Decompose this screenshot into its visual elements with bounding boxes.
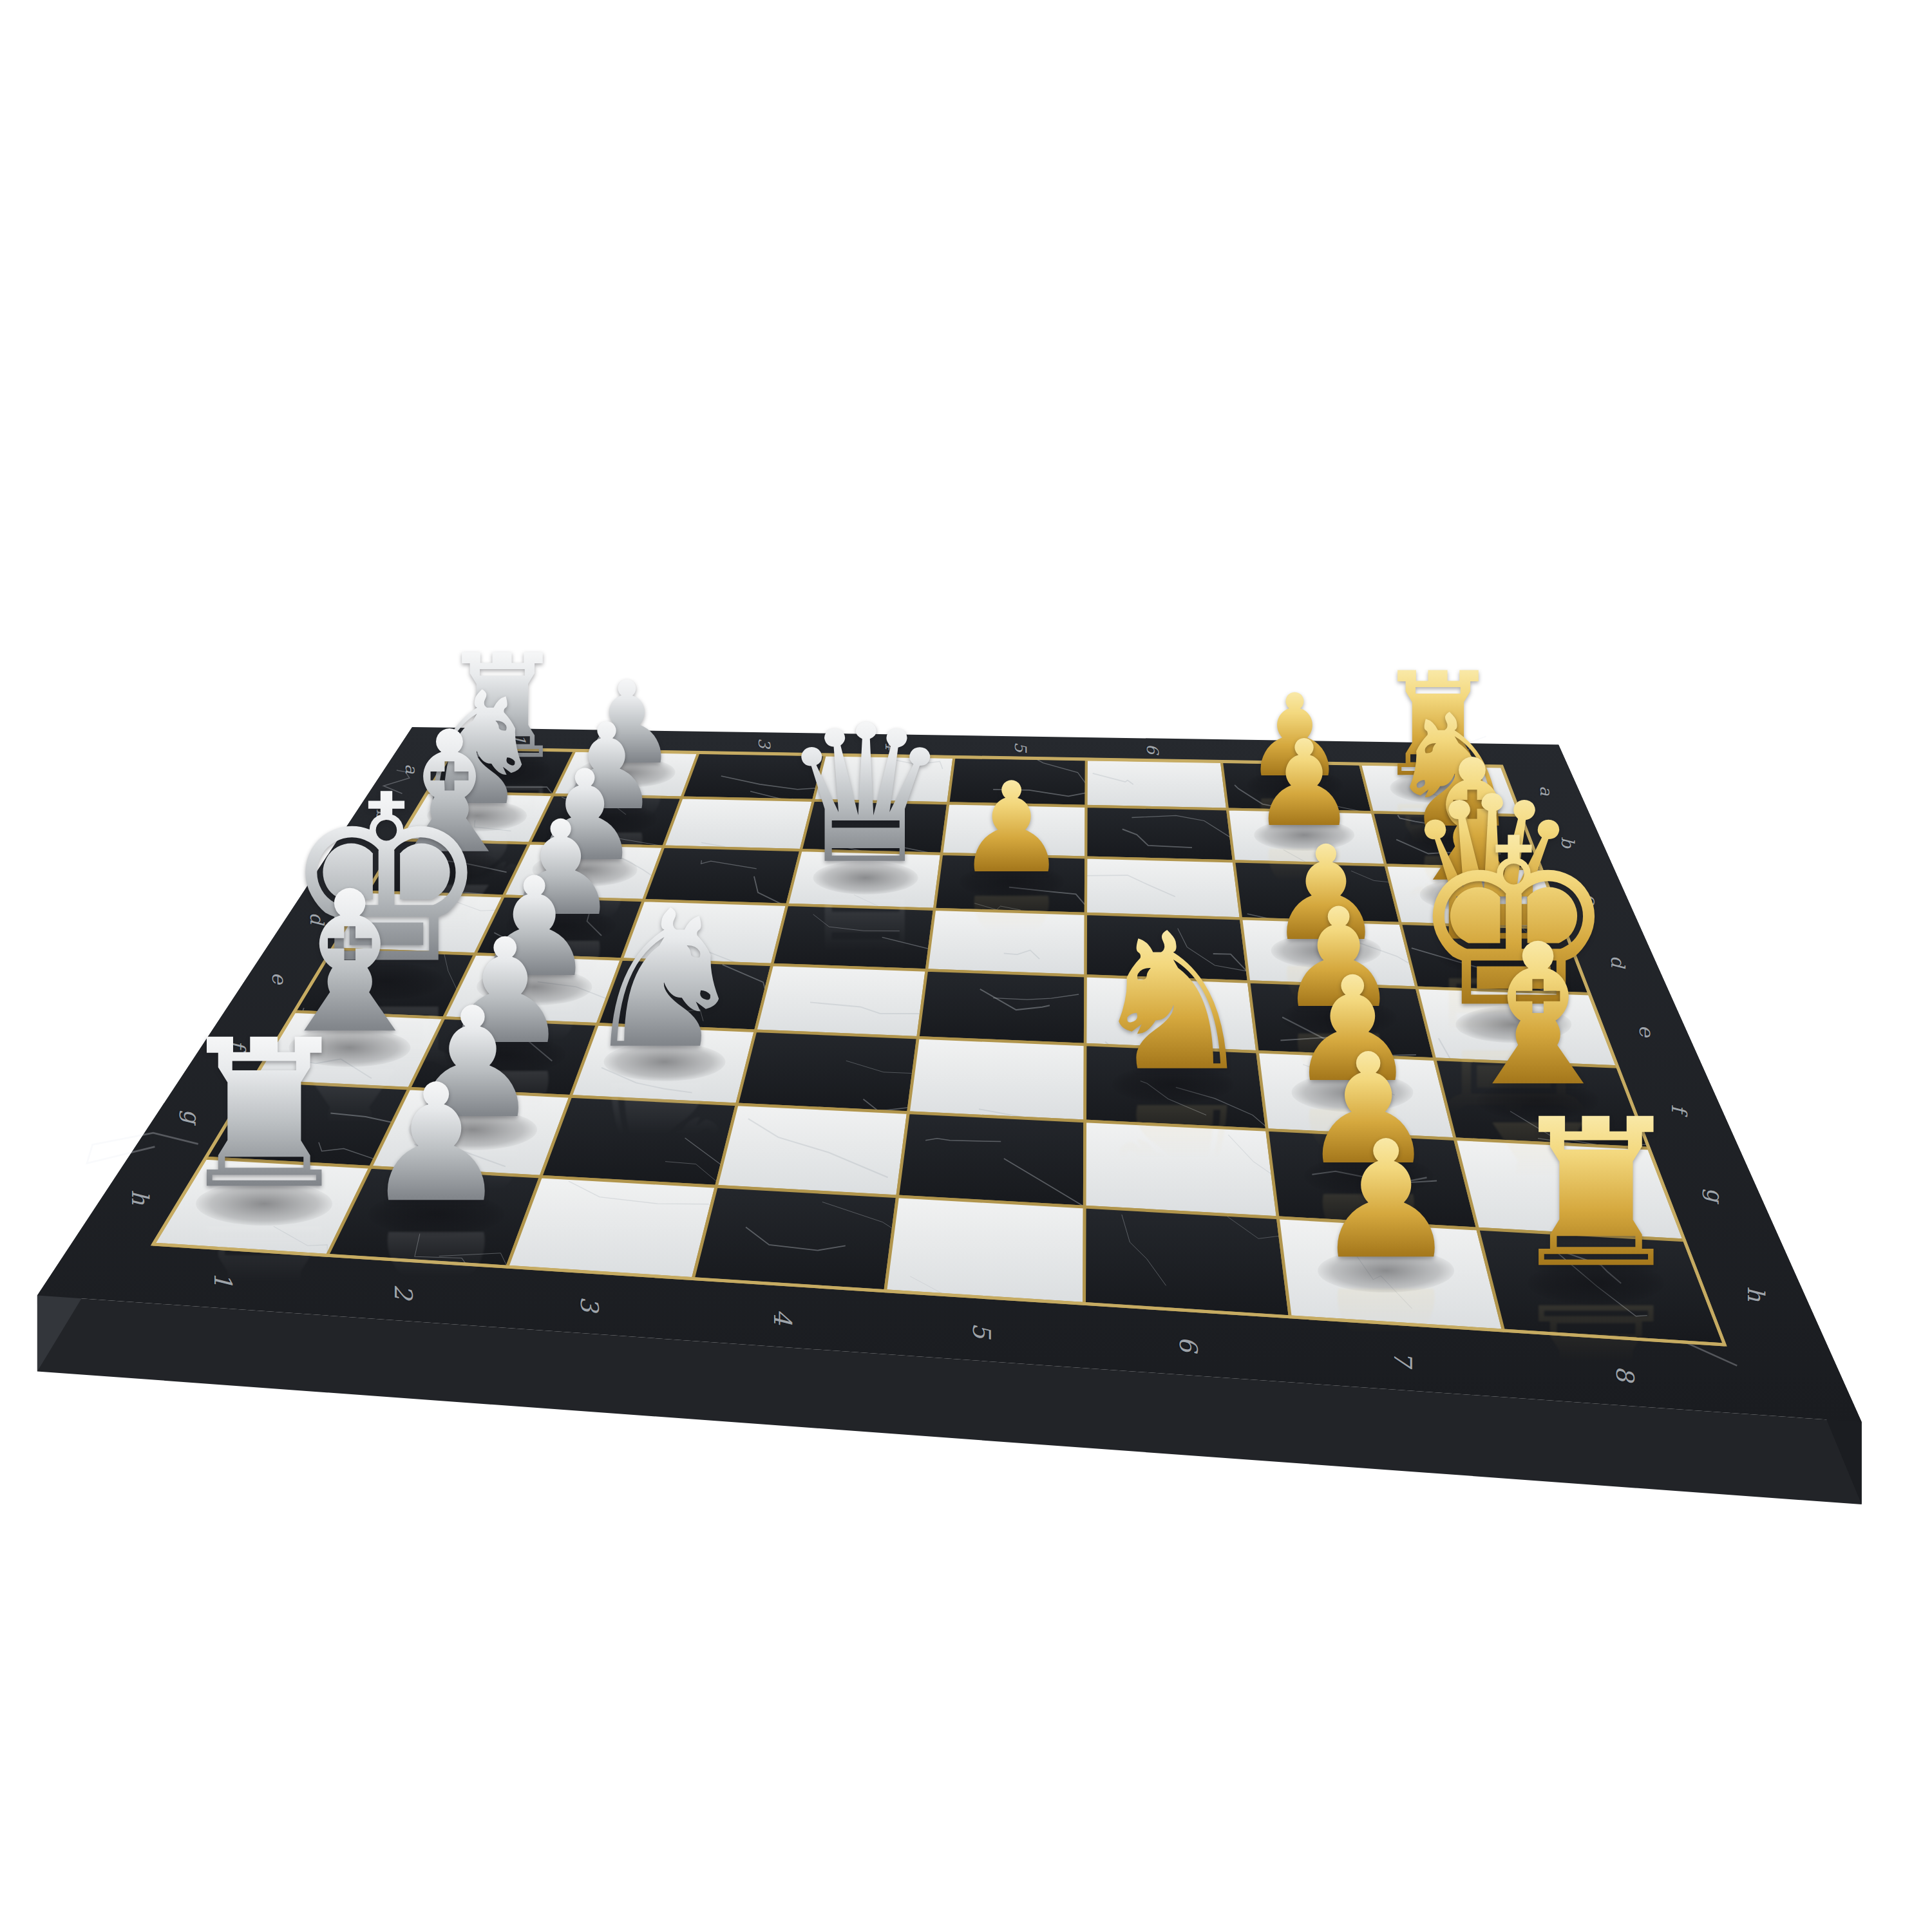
square-d5[interactable] (927, 909, 1086, 976)
square-f3[interactable] (571, 1024, 755, 1104)
square-f5[interactable] (908, 1037, 1085, 1121)
square-d8[interactable] (1401, 923, 1590, 994)
square-d4[interactable] (772, 905, 934, 971)
square-h5[interactable] (885, 1197, 1085, 1304)
square-g3[interactable] (541, 1096, 737, 1186)
square-e2[interactable] (444, 954, 621, 1024)
square-e8[interactable] (1417, 988, 1618, 1067)
square-h6[interactable] (1084, 1207, 1291, 1317)
chess-board (0, 0, 1932, 1932)
square-e7[interactable] (1249, 981, 1435, 1059)
square-c5[interactable] (934, 854, 1086, 914)
square-b7[interactable] (1227, 810, 1386, 866)
square-e6[interactable] (1085, 976, 1257, 1052)
square-g4[interactable] (716, 1104, 908, 1197)
square-d3[interactable] (621, 900, 787, 965)
square-b6[interactable] (1086, 806, 1234, 862)
square-c4[interactable] (787, 850, 942, 909)
square-f7[interactable] (1258, 1052, 1455, 1139)
square-c6[interactable] (1086, 858, 1241, 919)
square-g5[interactable] (898, 1113, 1085, 1207)
square-a5[interactable] (948, 757, 1086, 806)
square-a8[interactable] (1360, 764, 1520, 815)
square-b4[interactable] (801, 800, 949, 854)
square-g7[interactable] (1267, 1130, 1478, 1229)
square-e4[interactable] (755, 965, 927, 1037)
square-f2[interactable] (409, 1018, 597, 1097)
square-a6[interactable] (1086, 759, 1228, 810)
square-f4[interactable] (737, 1031, 918, 1113)
square-b3[interactable] (663, 798, 813, 851)
square-c8[interactable] (1386, 865, 1564, 928)
square-c2[interactable] (504, 843, 663, 900)
square-h4[interactable] (693, 1186, 897, 1291)
square-b2[interactable] (529, 795, 682, 847)
square-b5[interactable] (942, 803, 1086, 857)
square-e5[interactable] (918, 971, 1085, 1045)
square-a2[interactable] (553, 750, 699, 797)
square-a7[interactable] (1222, 762, 1372, 813)
square-d6[interactable] (1086, 914, 1249, 982)
square-d7[interactable] (1241, 918, 1417, 987)
square-f8[interactable] (1435, 1059, 1649, 1149)
square-h3[interactable] (507, 1177, 717, 1279)
square-e3[interactable] (598, 960, 772, 1031)
square-a3[interactable] (682, 753, 825, 800)
chess-set-photo: 11aa22bb33cc44dd55ee66ff77gg88hh ♜♟♟♜♞♟♟… (0, 0, 1932, 1932)
square-c3[interactable] (643, 847, 800, 905)
square-h7[interactable] (1278, 1218, 1503, 1331)
square-g6[interactable] (1084, 1121, 1278, 1218)
square-d2[interactable] (475, 896, 644, 959)
square-c7[interactable] (1234, 861, 1401, 923)
